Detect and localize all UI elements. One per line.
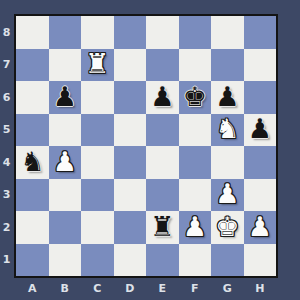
square-c5[interactable] <box>81 114 114 147</box>
square-c3[interactable] <box>81 179 114 212</box>
rank-label-4: 4 <box>0 146 13 179</box>
rank-labels: 87654321 <box>0 16 13 276</box>
square-e5[interactable] <box>146 114 179 147</box>
square-b8[interactable] <box>49 16 82 49</box>
square-b1[interactable] <box>49 244 82 277</box>
rank-label-1: 1 <box>0 244 13 277</box>
square-c7[interactable]: ♜ <box>81 49 114 82</box>
piece-white-pawn[interactable]: ♟ <box>215 180 239 207</box>
piece-black-pawn[interactable]: ♟ <box>215 83 239 110</box>
file-label-a: A <box>16 278 49 298</box>
square-a2[interactable] <box>16 211 49 244</box>
file-label-f: F <box>179 278 212 298</box>
file-label-c: C <box>81 278 114 298</box>
square-d6[interactable] <box>114 81 147 114</box>
square-d8[interactable] <box>114 16 147 49</box>
square-f4[interactable] <box>179 146 212 179</box>
square-h6[interactable] <box>244 81 277 114</box>
square-h7[interactable] <box>244 49 277 82</box>
square-c2[interactable] <box>81 211 114 244</box>
square-e7[interactable] <box>146 49 179 82</box>
square-c1[interactable] <box>81 244 114 277</box>
piece-black-pawn[interactable]: ♟ <box>150 83 174 110</box>
piece-white-rook[interactable]: ♜ <box>85 50 109 77</box>
square-h3[interactable] <box>244 179 277 212</box>
piece-black-king[interactable]: ♚ <box>183 83 207 110</box>
square-g1[interactable] <box>211 244 244 277</box>
square-e6[interactable]: ♟ <box>146 81 179 114</box>
piece-white-king[interactable]: ♚ <box>215 213 239 240</box>
square-d3[interactable] <box>114 179 147 212</box>
square-d5[interactable] <box>114 114 147 147</box>
square-b4[interactable]: ♟ <box>49 146 82 179</box>
square-a4[interactable]: ♞ <box>16 146 49 179</box>
square-c4[interactable] <box>81 146 114 179</box>
square-e1[interactable] <box>146 244 179 277</box>
square-g6[interactable]: ♟ <box>211 81 244 114</box>
rank-label-6: 6 <box>0 81 13 114</box>
square-f3[interactable] <box>179 179 212 212</box>
file-labels: ABCDEFGH <box>16 278 276 298</box>
square-f5[interactable] <box>179 114 212 147</box>
square-g3[interactable]: ♟ <box>211 179 244 212</box>
piece-white-pawn[interactable]: ♟ <box>183 213 207 240</box>
piece-black-knight[interactable]: ♞ <box>20 148 44 175</box>
square-c8[interactable] <box>81 16 114 49</box>
square-g4[interactable] <box>211 146 244 179</box>
square-e2[interactable]: ♜ <box>146 211 179 244</box>
file-label-d: D <box>114 278 147 298</box>
piece-white-knight[interactable]: ♞ <box>215 115 239 142</box>
square-c6[interactable] <box>81 81 114 114</box>
square-a3[interactable] <box>16 179 49 212</box>
square-a8[interactable] <box>16 16 49 49</box>
square-e3[interactable] <box>146 179 179 212</box>
piece-white-pawn[interactable]: ♟ <box>248 213 272 240</box>
square-a5[interactable] <box>16 114 49 147</box>
square-a6[interactable] <box>16 81 49 114</box>
board: ♜♟♟♚♟♞♟♞♟♟♜♟♚♟ <box>14 14 278 278</box>
square-e4[interactable] <box>146 146 179 179</box>
square-d4[interactable] <box>114 146 147 179</box>
square-a7[interactable] <box>16 49 49 82</box>
file-label-e: E <box>146 278 179 298</box>
square-a1[interactable] <box>16 244 49 277</box>
square-f7[interactable] <box>179 49 212 82</box>
rank-label-3: 3 <box>0 179 13 212</box>
chess-diagram: 87654321 ♜♟♟♚♟♞♟♞♟♟♜♟♚♟ ABCDEFGH <box>0 0 300 300</box>
rank-label-5: 5 <box>0 114 13 147</box>
file-label-h: H <box>244 278 277 298</box>
square-h8[interactable] <box>244 16 277 49</box>
square-g7[interactable] <box>211 49 244 82</box>
square-b2[interactable] <box>49 211 82 244</box>
file-label-b: B <box>49 278 82 298</box>
square-h4[interactable] <box>244 146 277 179</box>
square-f1[interactable] <box>179 244 212 277</box>
square-b5[interactable] <box>49 114 82 147</box>
square-g5[interactable]: ♞ <box>211 114 244 147</box>
square-e8[interactable] <box>146 16 179 49</box>
square-d2[interactable] <box>114 211 147 244</box>
rank-label-8: 8 <box>0 16 13 49</box>
square-g2[interactable]: ♚ <box>211 211 244 244</box>
square-b3[interactable] <box>49 179 82 212</box>
square-f2[interactable]: ♟ <box>179 211 212 244</box>
square-h5[interactable]: ♟ <box>244 114 277 147</box>
piece-black-rook[interactable]: ♜ <box>150 213 174 240</box>
square-h2[interactable]: ♟ <box>244 211 277 244</box>
file-label-g: G <box>211 278 244 298</box>
square-g8[interactable] <box>211 16 244 49</box>
square-f6[interactable]: ♚ <box>179 81 212 114</box>
piece-white-pawn[interactable]: ♟ <box>53 148 77 175</box>
square-b7[interactable] <box>49 49 82 82</box>
square-f8[interactable] <box>179 16 212 49</box>
piece-black-pawn[interactable]: ♟ <box>248 115 272 142</box>
square-d1[interactable] <box>114 244 147 277</box>
rank-label-7: 7 <box>0 49 13 82</box>
square-d7[interactable] <box>114 49 147 82</box>
square-h1[interactable] <box>244 244 277 277</box>
square-b6[interactable]: ♟ <box>49 81 82 114</box>
rank-label-2: 2 <box>0 211 13 244</box>
piece-black-pawn[interactable]: ♟ <box>53 83 77 110</box>
